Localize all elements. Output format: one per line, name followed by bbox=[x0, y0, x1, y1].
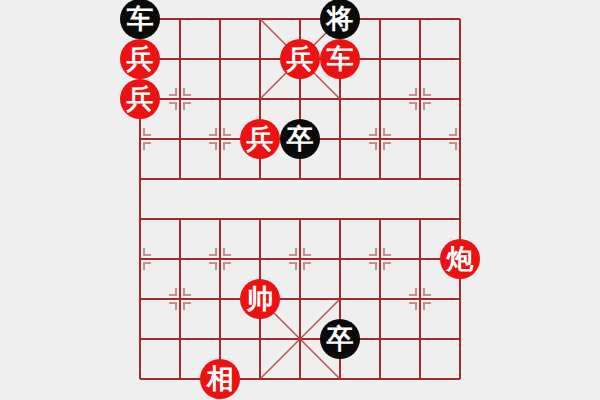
board-point[interactable] bbox=[360, 119, 400, 159]
board-point[interactable] bbox=[280, 279, 320, 319]
board-point[interactable] bbox=[280, 0, 320, 39]
board-point[interactable] bbox=[240, 79, 280, 119]
board-point[interactable] bbox=[200, 239, 240, 279]
board-point[interactable] bbox=[160, 319, 200, 359]
board-point[interactable] bbox=[360, 279, 400, 319]
xiangqi-board: 车将兵兵车兵兵卒炮帅卒相 bbox=[120, 0, 480, 399]
board-point[interactable] bbox=[120, 279, 160, 319]
board-point[interactable] bbox=[360, 359, 400, 399]
board-point[interactable] bbox=[280, 79, 320, 119]
board-point[interactable] bbox=[240, 239, 280, 279]
board-point[interactable] bbox=[120, 239, 160, 279]
board-point[interactable] bbox=[160, 119, 200, 159]
board-point[interactable] bbox=[200, 159, 240, 199]
board-point[interactable] bbox=[240, 359, 280, 399]
board-point[interactable] bbox=[280, 359, 320, 399]
piece-red-pawn[interactable]: 兵 bbox=[120, 79, 160, 119]
board-point[interactable] bbox=[440, 119, 480, 159]
board-point[interactable] bbox=[200, 119, 240, 159]
board-point[interactable] bbox=[360, 199, 400, 239]
piece-red-pawn[interactable]: 兵 bbox=[280, 39, 320, 79]
board-point[interactable] bbox=[280, 199, 320, 239]
board-point[interactable] bbox=[360, 39, 400, 79]
board-point[interactable] bbox=[360, 319, 400, 359]
board-point[interactable] bbox=[440, 0, 480, 39]
piece-red-pawn[interactable]: 兵 bbox=[240, 119, 280, 159]
board-point[interactable] bbox=[320, 239, 360, 279]
board-point[interactable] bbox=[440, 79, 480, 119]
board-point[interactable] bbox=[400, 279, 440, 319]
board-point[interactable] bbox=[120, 359, 160, 399]
board-point[interactable] bbox=[440, 199, 480, 239]
piece-black-general[interactable]: 将 bbox=[320, 0, 360, 39]
board-point[interactable] bbox=[400, 39, 440, 79]
board-point[interactable] bbox=[440, 359, 480, 399]
board-point[interactable] bbox=[240, 319, 280, 359]
board-point[interactable] bbox=[320, 119, 360, 159]
board-point[interactable] bbox=[320, 279, 360, 319]
board-point[interactable] bbox=[160, 0, 200, 39]
piece-black-chariot[interactable]: 车 bbox=[120, 0, 160, 39]
board-point[interactable] bbox=[160, 159, 200, 199]
board-point[interactable] bbox=[400, 119, 440, 159]
board-point[interactable] bbox=[200, 0, 240, 39]
board-point[interactable] bbox=[240, 0, 280, 39]
board-point[interactable] bbox=[120, 199, 160, 239]
board-point[interactable] bbox=[360, 159, 400, 199]
board-point[interactable] bbox=[200, 279, 240, 319]
board-point[interactable] bbox=[360, 239, 400, 279]
board-point[interactable] bbox=[280, 319, 320, 359]
board-point[interactable] bbox=[400, 359, 440, 399]
board-point[interactable] bbox=[320, 159, 360, 199]
board-point[interactable] bbox=[160, 279, 200, 319]
board-point[interactable] bbox=[200, 79, 240, 119]
board-point[interactable] bbox=[400, 79, 440, 119]
board-point[interactable] bbox=[160, 239, 200, 279]
board-point[interactable] bbox=[240, 199, 280, 239]
board-point[interactable] bbox=[200, 199, 240, 239]
board-point[interactable] bbox=[160, 39, 200, 79]
board-point[interactable] bbox=[440, 319, 480, 359]
board-point[interactable] bbox=[400, 239, 440, 279]
board-point[interactable] bbox=[360, 0, 400, 39]
piece-red-elephant[interactable]: 相 bbox=[200, 359, 240, 399]
board-point[interactable] bbox=[440, 279, 480, 319]
board-point[interactable] bbox=[440, 39, 480, 79]
board-point[interactable] bbox=[200, 319, 240, 359]
piece-black-pawn[interactable]: 卒 bbox=[320, 319, 360, 359]
piece-black-pawn[interactable]: 卒 bbox=[280, 119, 320, 159]
piece-red-chariot[interactable]: 车 bbox=[320, 39, 360, 79]
board-point[interactable] bbox=[160, 359, 200, 399]
board-point[interactable] bbox=[320, 79, 360, 119]
board-point[interactable] bbox=[400, 199, 440, 239]
xiangqi-app: 车将兵兵车兵兵卒炮帅卒相 bbox=[0, 0, 600, 400]
board-point[interactable] bbox=[320, 199, 360, 239]
board-point[interactable] bbox=[120, 119, 160, 159]
board-point[interactable] bbox=[120, 319, 160, 359]
board-point[interactable] bbox=[280, 239, 320, 279]
board-point[interactable] bbox=[280, 159, 320, 199]
piece-red-pawn[interactable]: 兵 bbox=[120, 39, 160, 79]
board-point[interactable] bbox=[400, 159, 440, 199]
board-point[interactable] bbox=[320, 359, 360, 399]
board-point[interactable] bbox=[360, 79, 400, 119]
board-point[interactable] bbox=[400, 0, 440, 39]
board-point[interactable] bbox=[400, 319, 440, 359]
board-point[interactable] bbox=[240, 39, 280, 79]
board-point[interactable] bbox=[240, 159, 280, 199]
board-point[interactable] bbox=[200, 39, 240, 79]
piece-red-cannon[interactable]: 炮 bbox=[440, 239, 480, 279]
board-point[interactable] bbox=[120, 159, 160, 199]
board-point[interactable] bbox=[440, 159, 480, 199]
piece-red-general[interactable]: 帅 bbox=[240, 279, 280, 319]
board-point[interactable] bbox=[160, 199, 200, 239]
board-point[interactable] bbox=[160, 79, 200, 119]
